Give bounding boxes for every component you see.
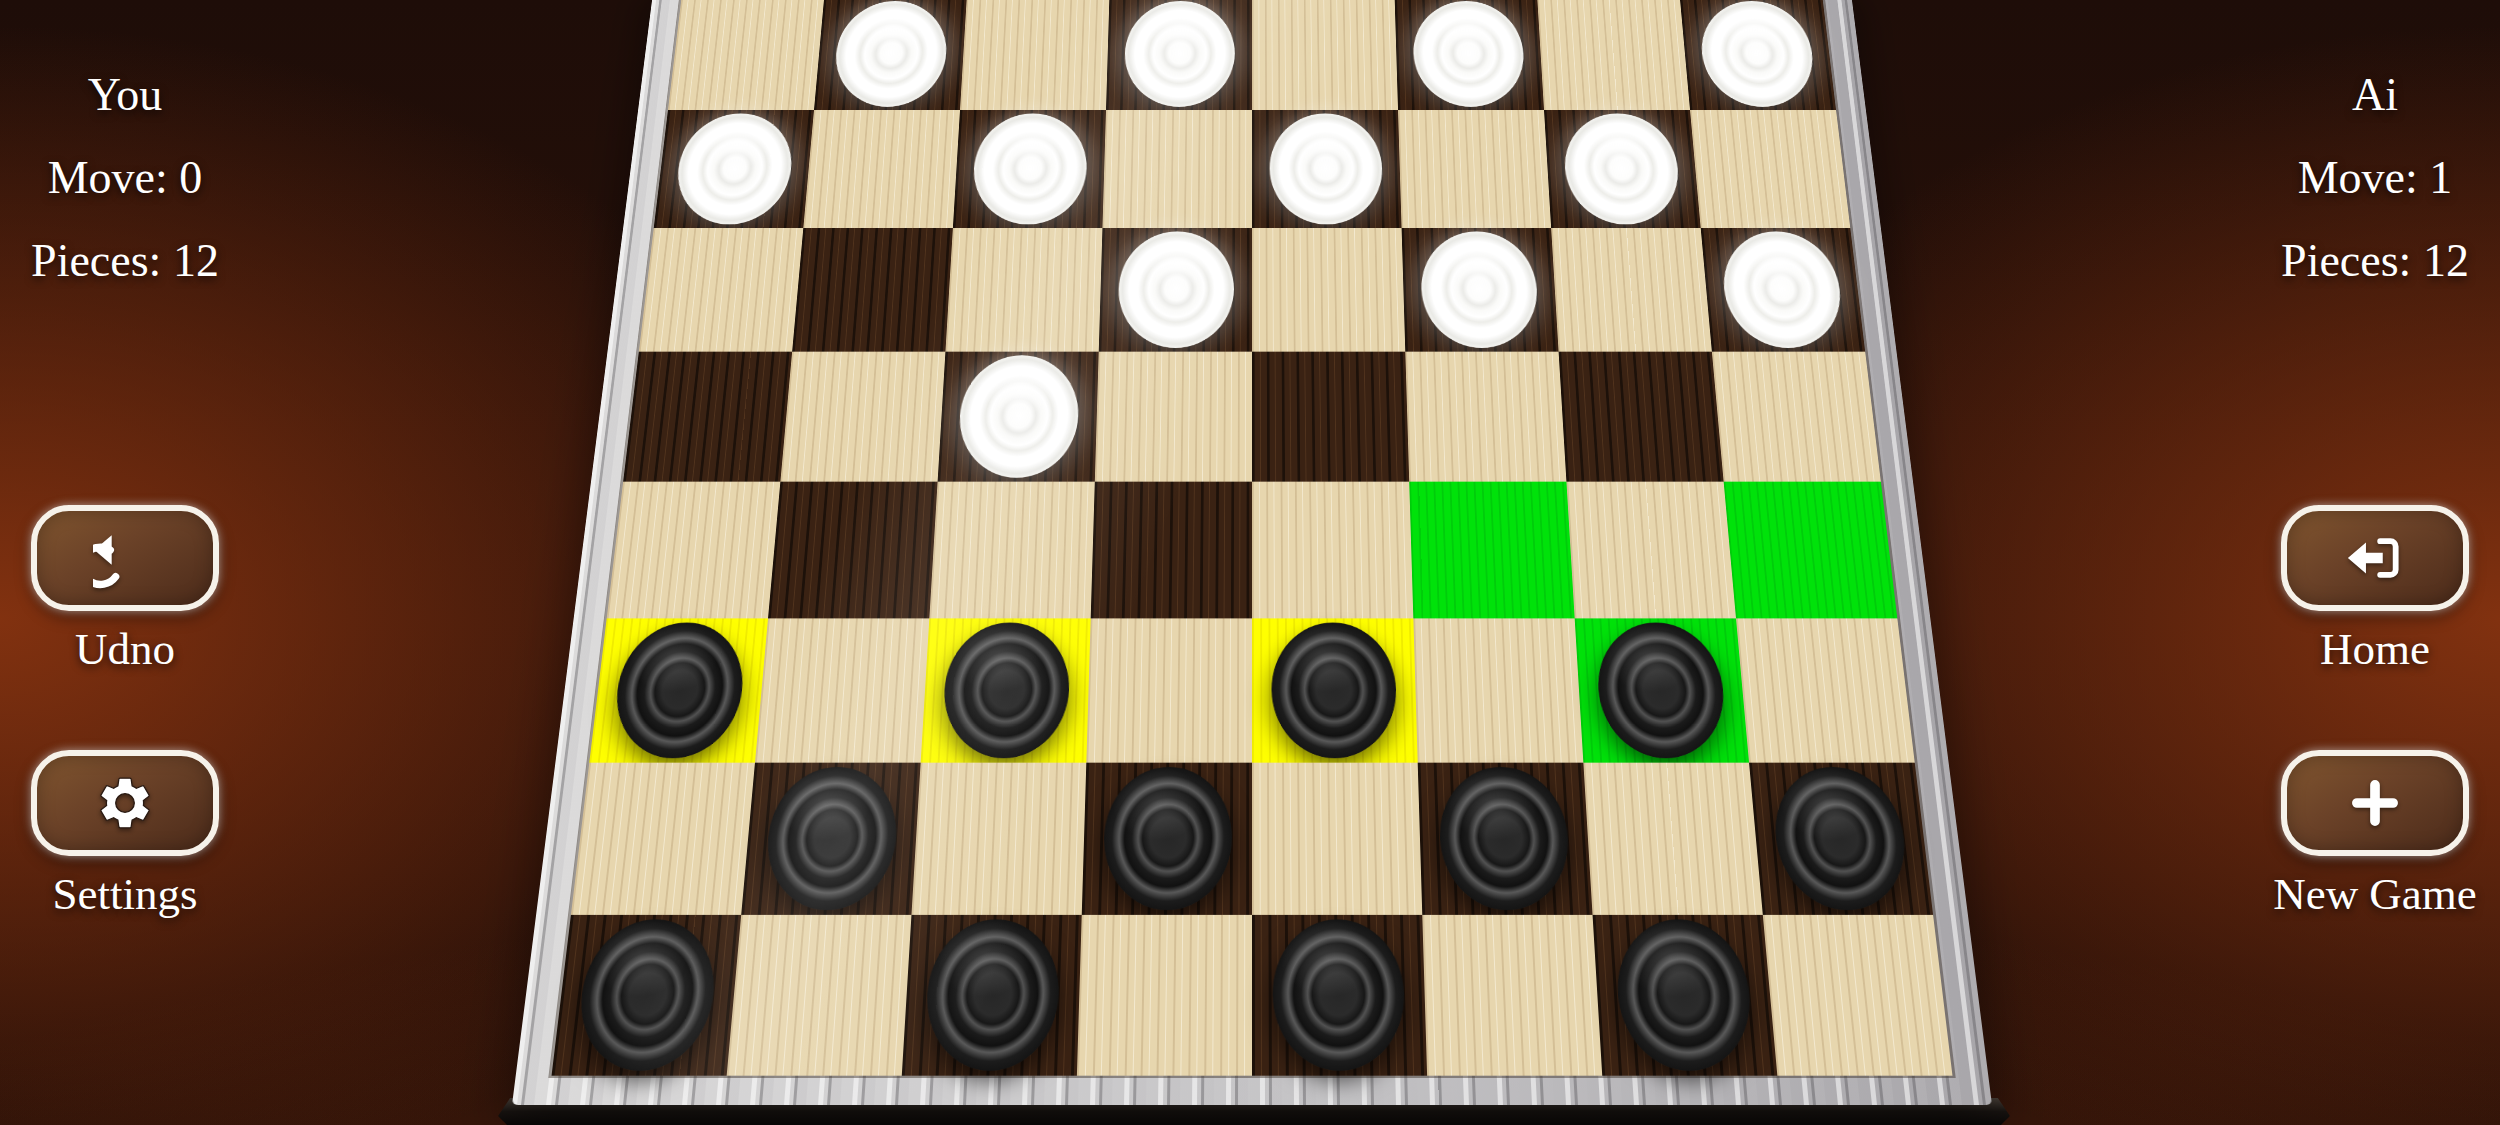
board-square-r2c7[interactable] <box>1544 110 1701 228</box>
board-square-r2c8 <box>1690 110 1850 228</box>
board-square-r8c6 <box>1422 915 1602 1076</box>
board-square-r7c5 <box>1252 763 1422 915</box>
undo-button-label: Udno <box>75 623 175 675</box>
board-square-r6c4 <box>1086 618 1252 762</box>
board-square-r3c2[interactable] <box>792 228 953 352</box>
board-square-r6c3[interactable] <box>921 618 1091 762</box>
black-checker-piece[interactable] <box>610 623 749 759</box>
player-name-ai: Ai <box>2352 68 2398 121</box>
white-checker-piece[interactable] <box>971 114 1088 225</box>
player-panel-you: You Move: 0 Pieces: 12 <box>0 68 250 287</box>
board-square-r3c1 <box>639 228 803 352</box>
white-checker-piece[interactable] <box>1124 1 1235 107</box>
board-square-r1c2[interactable] <box>814 0 967 110</box>
white-checker-piece[interactable] <box>672 114 796 225</box>
board-square-r4c6 <box>1405 352 1566 482</box>
black-checker-piece[interactable] <box>1613 919 1756 1070</box>
board-square-r8c2 <box>727 915 912 1076</box>
board-square-r3c7 <box>1551 228 1712 352</box>
board-square-r8c8 <box>1763 915 1953 1076</box>
board-square-r6c2 <box>755 618 929 762</box>
board-square-r7c2[interactable] <box>741 763 920 915</box>
board-square-r6c6 <box>1413 618 1583 762</box>
board-square-r5c7 <box>1566 482 1736 619</box>
new-game-button-group: New Game <box>2250 750 2500 920</box>
settings-button-group: Settings <box>0 750 250 920</box>
exit-door-icon <box>2344 527 2406 589</box>
white-checker-piece[interactable] <box>1697 1 1818 107</box>
board-square-r3c8[interactable] <box>1701 228 1865 352</box>
board-square-r5c4[interactable] <box>1091 482 1252 619</box>
home-button-group: Home <box>2250 505 2500 675</box>
white-checker-piece[interactable] <box>1420 232 1540 348</box>
piece-count-ai: Pieces: 12 <box>2281 234 2469 287</box>
black-checker-piece[interactable] <box>762 767 900 910</box>
black-checker-piece[interactable] <box>923 919 1061 1070</box>
board-square-r7c8[interactable] <box>1749 763 1933 915</box>
board-square-r7c4[interactable] <box>1082 763 1252 915</box>
board-square-r2c4 <box>1102 110 1252 228</box>
board-square-r5c2[interactable] <box>768 482 938 619</box>
black-checker-piece[interactable] <box>1102 767 1232 910</box>
board-square-r8c3[interactable] <box>902 915 1082 1076</box>
black-checker-piece[interactable] <box>941 623 1071 759</box>
black-checker-piece[interactable] <box>1594 623 1728 759</box>
black-checker-piece[interactable] <box>1769 767 1912 910</box>
board-square-r3c3 <box>945 228 1102 352</box>
white-checker-piece[interactable] <box>832 1 950 107</box>
move-count-you: Move: 0 <box>48 151 203 204</box>
board-square-r1c1 <box>668 0 824 110</box>
board-square-r8c1[interactable] <box>552 915 742 1076</box>
board-square-r4c7[interactable] <box>1559 352 1724 482</box>
board-square-r4c8 <box>1712 352 1881 482</box>
black-checker-piece[interactable] <box>1272 919 1406 1070</box>
board-square-r2c1[interactable] <box>654 110 814 228</box>
board-square-r1c4[interactable] <box>1106 0 1252 110</box>
plus-icon <box>2346 774 2404 832</box>
board-square-r5c8[interactable] <box>1724 482 1898 619</box>
checkers-board <box>512 0 1992 1105</box>
board-square-r5c6[interactable] <box>1409 482 1574 619</box>
white-checker-piece[interactable] <box>1412 1 1526 107</box>
board-square-r3c5 <box>1252 228 1405 352</box>
undo-button-group: Udno <box>0 505 250 675</box>
board-square-r5c5 <box>1252 482 1413 619</box>
white-checker-piece[interactable] <box>1562 114 1683 225</box>
board-square-r8c4 <box>1077 915 1252 1076</box>
board-square-r6c5[interactable] <box>1252 618 1418 762</box>
new-game-button[interactable] <box>2281 750 2469 856</box>
gear-icon <box>94 772 156 834</box>
white-checker-piece[interactable] <box>1270 114 1384 225</box>
home-button-label: Home <box>2320 623 2430 675</box>
board-square-r5c3 <box>929 482 1094 619</box>
game-screen: You Move: 0 Pieces: 12 Ai Move: 1 Pieces… <box>0 0 2500 1125</box>
board-square-r4c2 <box>780 352 945 482</box>
white-checker-piece[interactable] <box>1117 232 1234 348</box>
board-square-r1c5 <box>1252 0 1398 110</box>
board-square-r2c3[interactable] <box>953 110 1106 228</box>
black-checker-piece[interactable] <box>1438 767 1572 910</box>
board-square-r7c7 <box>1583 763 1762 915</box>
board-square-r2c6 <box>1398 110 1551 228</box>
player-name-you: You <box>88 68 163 121</box>
board-square-r6c1[interactable] <box>589 618 768 762</box>
board-square-r5c1 <box>607 482 781 619</box>
white-checker-piece[interactable] <box>957 355 1081 477</box>
board-square-r3c4[interactable] <box>1099 228 1252 352</box>
board-square-r2c2 <box>803 110 960 228</box>
board-square-r4c1[interactable] <box>623 352 792 482</box>
board-square-r4c5[interactable] <box>1252 352 1409 482</box>
black-checker-piece[interactable] <box>573 919 720 1070</box>
board-square-r7c1 <box>571 763 755 915</box>
undo-button[interactable] <box>31 505 219 611</box>
board-square-r8c7[interactable] <box>1593 915 1778 1076</box>
board-square-r4c4 <box>1095 352 1252 482</box>
new-game-button-label: New Game <box>2273 868 2477 920</box>
board-square-r2c5[interactable] <box>1252 110 1402 228</box>
settings-button-label: Settings <box>52 868 197 920</box>
board-square-r7c3 <box>911 763 1086 915</box>
board-grid <box>552 0 1953 1076</box>
board-square-r6c7[interactable] <box>1575 618 1749 762</box>
black-checker-piece[interactable] <box>1271 623 1397 759</box>
board-square-r3c6[interactable] <box>1402 228 1559 352</box>
white-checker-piece[interactable] <box>1719 232 1846 348</box>
player-panel-ai: Ai Move: 1 Pieces: 12 <box>2250 68 2500 287</box>
board-square-r1c3 <box>960 0 1109 110</box>
board-square-r7c6[interactable] <box>1418 763 1593 915</box>
settings-button[interactable] <box>31 750 219 856</box>
board-square-r1c6[interactable] <box>1395 0 1544 110</box>
board-square-r1c7 <box>1537 0 1690 110</box>
undo-arrow-icon <box>93 526 157 590</box>
move-count-ai: Move: 1 <box>2298 151 2453 204</box>
home-button[interactable] <box>2281 505 2469 611</box>
board-square-r4c3[interactable] <box>938 352 1099 482</box>
board-square-r6c8 <box>1736 618 1915 762</box>
piece-count-you: Pieces: 12 <box>31 234 219 287</box>
board-square-r8c5[interactable] <box>1252 915 1427 1076</box>
board-square-r1c8[interactable] <box>1680 0 1836 110</box>
